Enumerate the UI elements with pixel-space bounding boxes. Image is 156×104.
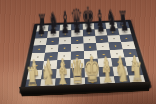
board-rotation-wrapper: ♜♞♝♛♚♝♞♜♟♟♟♟♟♟♟♟♟♟♟♟♟♟♟♟♜♞♝♛♚♝♞♜ xyxy=(0,0,156,104)
black-pawn-h7[interactable]: ♟ xyxy=(115,16,135,35)
chess-board-grid: ♜♞♝♛♚♝♞♜♟♟♟♟♟♟♟♟♟♟♟♟♟♟♟♟♜♞♝♛♚♝♞♜ xyxy=(25,22,147,90)
square-b6[interactable] xyxy=(46,37,59,45)
perspective-scene: ♜♞♝♛♚♝♞♜♟♟♟♟♟♟♟♟♟♟♟♟♟♟♟♟♜♞♝♛♚♝♞♜ xyxy=(22,12,137,92)
square-g5[interactable] xyxy=(108,42,122,50)
photo-canvas: ♜♞♝♛♚♝♞♜♟♟♟♟♟♟♟♟♟♟♟♟♟♟♟♟♜♞♝♛♚♝♞♜ xyxy=(0,0,156,104)
square-a5[interactable] xyxy=(32,45,46,53)
square-b5[interactable] xyxy=(45,45,59,53)
scene-fit: ♜♞♝♛♚♝♞♜♟♟♟♟♟♟♟♟♟♟♟♟♟♟♟♟♜♞♝♛♚♝♞♜ xyxy=(22,12,137,92)
